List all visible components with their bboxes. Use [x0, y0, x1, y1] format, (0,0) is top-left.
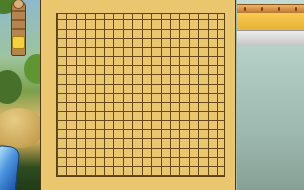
shelf-peg-icon	[244, 7, 246, 11]
shelf-peg-icon	[261, 7, 263, 11]
control-panel	[237, 0, 304, 190]
stone-tray	[237, 13, 304, 30]
playback-and-actions	[237, 46, 304, 58]
shelf-peg-icon	[278, 7, 280, 11]
go-board	[40, 0, 236, 190]
board-grid	[51, 8, 230, 182]
background-scene	[0, 0, 40, 190]
totem-sign-icon	[12, 36, 25, 49]
shelf-peg-icon	[295, 7, 297, 11]
go-teaching-app: { "game": "go", "board": { "size": 19, "…	[0, 0, 304, 190]
row-labels-left	[41, 8, 50, 182]
column-labels-bottom	[51, 182, 229, 190]
column-labels-top	[51, 0, 229, 8]
tree-foliage-icon	[0, 70, 22, 104]
blue-crystal-icon	[0, 145, 20, 190]
wooden-shelf	[237, 4, 304, 13]
markup-toolbar	[237, 30, 304, 46]
rock-icon	[0, 108, 44, 148]
